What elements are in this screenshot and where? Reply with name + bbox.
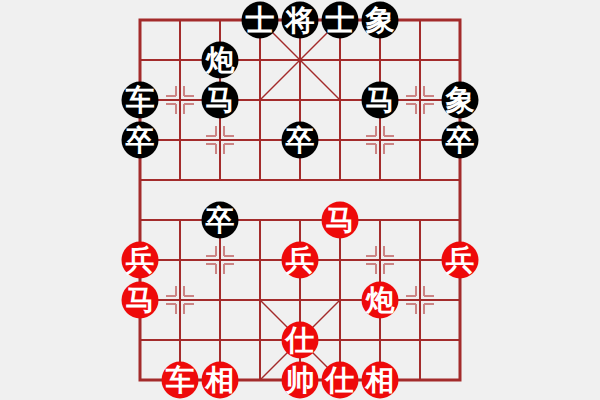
piece-black-pawn-a[interactable]: 卒 xyxy=(122,122,159,159)
piece-black-pawn-e[interactable]: 卒 xyxy=(442,122,479,159)
piece-black-pawn-c[interactable]: 卒 xyxy=(282,122,319,159)
xiangqi-board: 士将士象炮车马马象卒卒卒卒马兵兵兵马炮仕车相帅仕相 xyxy=(0,0,600,400)
piece-red-pawn-e[interactable]: 兵 xyxy=(442,242,479,279)
piece-black-elephant-right[interactable]: 象 xyxy=(442,82,479,119)
piece-red-elephant-left[interactable]: 相 xyxy=(202,362,239,399)
piece-black-pawn-b[interactable]: 卒 xyxy=(202,202,239,239)
piece-red-king[interactable]: 帅 xyxy=(282,362,319,399)
piece-red-pawn-a[interactable]: 兵 xyxy=(122,242,159,279)
piece-red-advisor-up[interactable]: 仕 xyxy=(282,322,319,359)
piece-red-elephant-right[interactable]: 相 xyxy=(362,362,399,399)
piece-black-elephant-left[interactable]: 象 xyxy=(362,2,399,39)
piece-black-rook[interactable]: 车 xyxy=(122,82,159,119)
piece-red-rook[interactable]: 车 xyxy=(162,362,199,399)
piece-red-horse-right[interactable]: 马 xyxy=(322,202,359,239)
piece-black-king[interactable]: 将 xyxy=(282,2,319,39)
piece-black-horse-right[interactable]: 马 xyxy=(362,82,399,119)
piece-black-advisor-left[interactable]: 士 xyxy=(242,2,279,39)
piece-black-advisor-right[interactable]: 士 xyxy=(322,2,359,39)
piece-red-pawn-c[interactable]: 兵 xyxy=(282,242,319,279)
piece-red-horse-left[interactable]: 马 xyxy=(122,282,159,319)
piece-red-advisor-right[interactable]: 仕 xyxy=(322,362,359,399)
pieces-layer: 士将士象炮车马马象卒卒卒卒马兵兵兵马炮仕车相帅仕相 xyxy=(0,0,600,400)
piece-black-horse-left[interactable]: 马 xyxy=(202,82,239,119)
piece-black-cannon[interactable]: 炮 xyxy=(202,42,239,79)
piece-red-cannon[interactable]: 炮 xyxy=(362,282,399,319)
